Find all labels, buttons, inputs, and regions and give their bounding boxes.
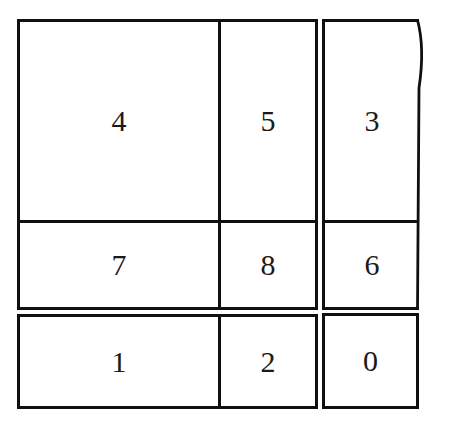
board-block-top-right: 3 6 bbox=[322, 19, 419, 310]
tile-4[interactable]: 4 bbox=[20, 22, 221, 223]
tile-0[interactable]: 0 bbox=[325, 316, 416, 406]
board-block-bottom-left: 1 2 bbox=[17, 314, 318, 409]
tile-8[interactable]: 8 bbox=[221, 223, 315, 307]
tile-5[interactable]: 5 bbox=[221, 22, 315, 223]
tile-3[interactable]: 3 bbox=[325, 22, 419, 223]
tile-2[interactable]: 2 bbox=[221, 317, 315, 406]
board-block-bottom-right: 0 bbox=[322, 313, 419, 409]
board-block-top-left: 4 5 7 8 bbox=[17, 19, 318, 310]
puzzle-board: 4 5 7 8 1 2 3 6 0 bbox=[0, 0, 472, 439]
tile-1[interactable]: 1 bbox=[20, 317, 221, 406]
tile-6[interactable]: 6 bbox=[325, 223, 419, 307]
tile-7[interactable]: 7 bbox=[20, 223, 221, 307]
